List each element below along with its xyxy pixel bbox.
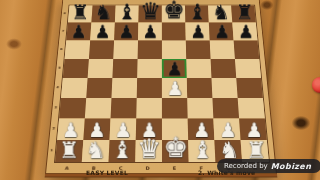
square-b4[interactable] bbox=[86, 78, 112, 98]
white-bishop[interactable]: ♝ bbox=[191, 138, 212, 162]
square-e5[interactable]: ♟ bbox=[162, 59, 187, 78]
mobizen-logo: Mobizen bbox=[271, 162, 312, 171]
square-a5[interactable] bbox=[63, 59, 89, 78]
black-pawn[interactable]: ♟ bbox=[70, 23, 86, 41]
square-g3[interactable] bbox=[212, 98, 239, 119]
white-rook[interactable]: ♜ bbox=[58, 139, 78, 162]
square-g5[interactable] bbox=[211, 59, 237, 78]
level-label: EASY LEVEL bbox=[86, 169, 128, 176]
black-bishop[interactable]: ♝ bbox=[117, 2, 136, 23]
square-d1[interactable]: ♛ bbox=[135, 140, 162, 162]
square-e6[interactable] bbox=[162, 40, 186, 58]
square-e8[interactable]: ♚ bbox=[162, 5, 186, 22]
square-a6[interactable] bbox=[65, 40, 91, 58]
square-e7[interactable] bbox=[162, 23, 186, 41]
square-h6[interactable] bbox=[234, 40, 260, 58]
black-pawn[interactable]: ♟ bbox=[142, 23, 158, 41]
watermark-prefix-label: Recorded by bbox=[224, 162, 268, 170]
file-label-e: E bbox=[161, 163, 188, 173]
square-f6[interactable] bbox=[186, 40, 211, 58]
black-pawn[interactable]: ♟ bbox=[238, 23, 254, 41]
square-f4[interactable] bbox=[187, 78, 213, 98]
square-d5[interactable] bbox=[137, 59, 162, 78]
square-a4[interactable] bbox=[61, 78, 88, 98]
square-d4[interactable] bbox=[137, 78, 162, 98]
square-c3[interactable] bbox=[111, 98, 137, 119]
square-b6[interactable] bbox=[89, 40, 114, 58]
square-g4[interactable] bbox=[211, 78, 237, 98]
black-knight[interactable]: ♞ bbox=[94, 3, 112, 23]
black-pawn[interactable]: ♟ bbox=[118, 23, 134, 41]
black-bishop[interactable]: ♝ bbox=[188, 2, 207, 23]
recording-watermark: Recorded by Mobizen bbox=[217, 159, 320, 173]
square-c4[interactable] bbox=[111, 78, 137, 98]
white-queen[interactable]: ♛ bbox=[137, 135, 161, 162]
black-pawn[interactable]: ♟ bbox=[190, 23, 206, 41]
square-f3[interactable] bbox=[187, 98, 213, 119]
square-g7[interactable]: ♟ bbox=[209, 23, 234, 41]
square-a7[interactable]: ♟ bbox=[66, 23, 91, 41]
square-h4[interactable] bbox=[236, 78, 263, 98]
black-pawn[interactable]: ♟ bbox=[166, 60, 182, 78]
white-pawn[interactable]: ♟ bbox=[166, 79, 183, 98]
chess-board: ♜♞♝♛♚♝♞♜♟♟♟♟♟♟♟♟♟♟♟♟♟♟♟♟♜♞♝♛♚♝♞♜ 8765432… bbox=[45, 0, 277, 174]
square-f5[interactable] bbox=[186, 59, 211, 78]
black-pawn[interactable]: ♟ bbox=[94, 23, 110, 41]
black-knight[interactable]: ♞ bbox=[212, 3, 230, 23]
square-a3[interactable] bbox=[59, 98, 86, 119]
white-king[interactable]: ♚ bbox=[163, 134, 188, 162]
square-c6[interactable] bbox=[113, 40, 138, 58]
wood-table-background: ♜♞♝♛♚♝♞♜♟♟♟♟♟♟♟♟♟♟♟♟♟♟♟♟♜♞♝♛♚♝♞♜ 8765432… bbox=[0, 0, 320, 180]
square-c5[interactable] bbox=[112, 59, 137, 78]
square-h5[interactable] bbox=[235, 59, 261, 78]
record-widget-icon[interactable] bbox=[312, 77, 320, 93]
square-d6[interactable] bbox=[138, 40, 162, 58]
square-c1[interactable]: ♝ bbox=[109, 140, 136, 162]
black-king[interactable]: ♚ bbox=[163, 0, 185, 23]
black-queen[interactable]: ♛ bbox=[140, 0, 161, 23]
square-b5[interactable] bbox=[88, 59, 114, 78]
white-knight[interactable]: ♞ bbox=[85, 139, 105, 162]
square-g6[interactable] bbox=[210, 40, 235, 58]
square-b1[interactable]: ♞ bbox=[82, 140, 110, 162]
square-e1[interactable]: ♚ bbox=[162, 140, 189, 162]
black-rook[interactable]: ♜ bbox=[235, 3, 253, 23]
square-a1[interactable]: ♜ bbox=[55, 140, 83, 162]
file-label-d: D bbox=[134, 163, 161, 173]
square-f1[interactable]: ♝ bbox=[188, 140, 215, 162]
square-e3[interactable] bbox=[162, 98, 188, 119]
square-e4[interactable]: ♟ bbox=[162, 78, 187, 98]
board-squares: ♜♞♝♛♚♝♞♜♟♟♟♟♟♟♟♟♟♟♟♟♟♟♟♟♜♞♝♛♚♝♞♜ bbox=[54, 5, 270, 163]
file-label-a: A bbox=[53, 163, 81, 173]
square-d7[interactable]: ♟ bbox=[138, 23, 162, 41]
square-h3[interactable] bbox=[238, 98, 265, 119]
white-bishop[interactable]: ♝ bbox=[111, 138, 132, 162]
square-d3[interactable] bbox=[136, 98, 162, 119]
black-pawn[interactable]: ♟ bbox=[214, 23, 230, 41]
square-h7[interactable]: ♟ bbox=[232, 23, 257, 41]
square-b3[interactable] bbox=[85, 98, 112, 119]
square-f7[interactable]: ♟ bbox=[185, 23, 209, 41]
square-b7[interactable]: ♟ bbox=[90, 23, 115, 41]
square-c7[interactable]: ♟ bbox=[114, 23, 138, 41]
black-rook[interactable]: ♜ bbox=[71, 3, 89, 23]
